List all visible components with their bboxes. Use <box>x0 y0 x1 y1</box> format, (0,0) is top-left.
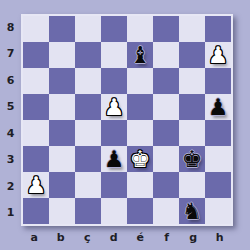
chess-diagram: 87654321 ♝♟♟♟♟♚♚♟♞ abçdéfgh <box>0 0 250 250</box>
white-pawn[interactable]: ♟ <box>26 174 47 197</box>
square-e6[interactable] <box>127 68 153 94</box>
square-g2[interactable] <box>179 172 205 198</box>
file-label-a: a <box>21 229 48 245</box>
square-h6[interactable] <box>205 68 231 94</box>
square-g5[interactable] <box>179 94 205 120</box>
square-d3[interactable]: ♟ <box>101 146 127 172</box>
square-d6[interactable] <box>101 68 127 94</box>
rank-labels: 87654321 <box>0 14 21 226</box>
square-c4[interactable] <box>75 120 101 146</box>
square-f4[interactable] <box>153 120 179 146</box>
square-h3[interactable] <box>205 146 231 172</box>
black-king[interactable]: ♚ <box>182 148 203 171</box>
square-b7[interactable] <box>49 42 75 68</box>
white-pawn[interactable]: ♟ <box>208 44 229 67</box>
black-bishop[interactable]: ♝ <box>130 44 151 67</box>
square-a1[interactable] <box>23 198 49 224</box>
square-e7[interactable]: ♝ <box>127 42 153 68</box>
square-f1[interactable] <box>153 198 179 224</box>
square-f2[interactable] <box>153 172 179 198</box>
rank-label-4: 4 <box>0 120 21 147</box>
file-labels: abçdéfgh <box>21 229 233 245</box>
file-label-g: g <box>180 229 207 245</box>
square-h4[interactable] <box>205 120 231 146</box>
square-e4[interactable] <box>127 120 153 146</box>
square-h8[interactable] <box>205 16 231 42</box>
rank-label-7: 7 <box>0 41 21 68</box>
square-a2[interactable]: ♟ <box>23 172 49 198</box>
square-a3[interactable] <box>23 146 49 172</box>
square-a7[interactable] <box>23 42 49 68</box>
square-d8[interactable] <box>101 16 127 42</box>
black-pawn[interactable]: ♟ <box>208 96 229 119</box>
black-pawn[interactable]: ♟ <box>104 148 125 171</box>
square-b8[interactable] <box>49 16 75 42</box>
square-h7[interactable]: ♟ <box>205 42 231 68</box>
square-a5[interactable] <box>23 94 49 120</box>
file-label-b: b <box>48 229 75 245</box>
square-c3[interactable] <box>75 146 101 172</box>
square-g6[interactable] <box>179 68 205 94</box>
square-a8[interactable] <box>23 16 49 42</box>
square-c7[interactable] <box>75 42 101 68</box>
square-c2[interactable] <box>75 172 101 198</box>
square-b5[interactable] <box>49 94 75 120</box>
file-label-f: f <box>154 229 181 245</box>
square-c6[interactable] <box>75 68 101 94</box>
square-a6[interactable] <box>23 68 49 94</box>
square-d2[interactable] <box>101 172 127 198</box>
square-b3[interactable] <box>49 146 75 172</box>
rank-label-6: 6 <box>0 67 21 94</box>
square-f3[interactable] <box>153 146 179 172</box>
square-f6[interactable] <box>153 68 179 94</box>
square-e2[interactable] <box>127 172 153 198</box>
square-g3[interactable]: ♚ <box>179 146 205 172</box>
square-f5[interactable] <box>153 94 179 120</box>
white-pawn[interactable]: ♟ <box>104 96 125 119</box>
square-d4[interactable] <box>101 120 127 146</box>
square-b2[interactable] <box>49 172 75 198</box>
white-king[interactable]: ♚ <box>130 148 151 171</box>
square-b4[interactable] <box>49 120 75 146</box>
square-b1[interactable] <box>49 198 75 224</box>
square-g1[interactable]: ♞ <box>179 198 205 224</box>
square-g4[interactable] <box>179 120 205 146</box>
square-a4[interactable] <box>23 120 49 146</box>
square-e8[interactable] <box>127 16 153 42</box>
square-d1[interactable] <box>101 198 127 224</box>
square-e5[interactable] <box>127 94 153 120</box>
square-c8[interactable] <box>75 16 101 42</box>
file-label-c: ç <box>74 229 101 245</box>
chess-board[interactable]: ♝♟♟♟♟♚♚♟♞ <box>21 14 233 226</box>
square-h5[interactable]: ♟ <box>205 94 231 120</box>
square-g8[interactable] <box>179 16 205 42</box>
square-h1[interactable] <box>205 198 231 224</box>
square-c5[interactable] <box>75 94 101 120</box>
square-d7[interactable] <box>101 42 127 68</box>
square-b6[interactable] <box>49 68 75 94</box>
rank-label-1: 1 <box>0 200 21 227</box>
square-f7[interactable] <box>153 42 179 68</box>
black-knight[interactable]: ♞ <box>182 200 203 223</box>
square-d5[interactable]: ♟ <box>101 94 127 120</box>
rank-label-8: 8 <box>0 14 21 41</box>
square-f8[interactable] <box>153 16 179 42</box>
square-c1[interactable] <box>75 198 101 224</box>
square-g7[interactable] <box>179 42 205 68</box>
rank-label-2: 2 <box>0 173 21 200</box>
file-label-e: é <box>127 229 154 245</box>
file-label-d: d <box>101 229 128 245</box>
rank-label-5: 5 <box>0 94 21 121</box>
square-h2[interactable] <box>205 172 231 198</box>
square-e3[interactable]: ♚ <box>127 146 153 172</box>
square-e1[interactable] <box>127 198 153 224</box>
file-label-h: h <box>207 229 234 245</box>
rank-label-3: 3 <box>0 147 21 174</box>
